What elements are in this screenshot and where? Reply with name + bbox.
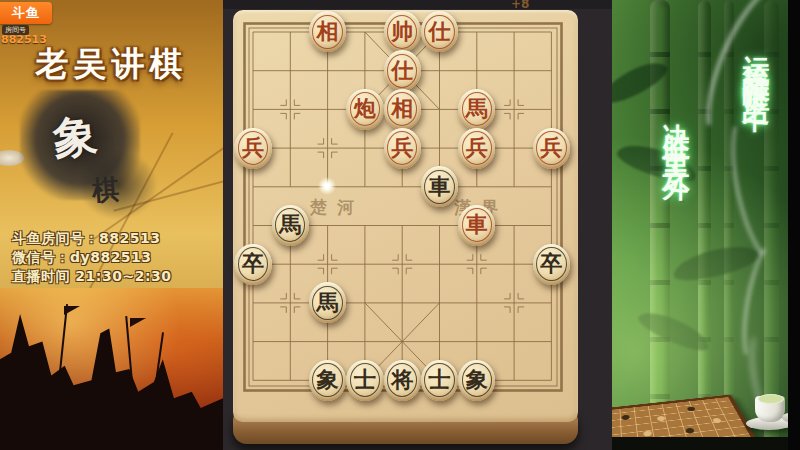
board-point[interactable] (421, 206, 458, 245)
board-point[interactable] (309, 51, 346, 90)
board-point[interactable] (533, 13, 570, 52)
board-point[interactable]: 仕 (421, 13, 458, 52)
board-point[interactable] (346, 13, 383, 52)
piece-character: 士 (428, 368, 450, 390)
battle-flag (64, 306, 80, 315)
board-point[interactable] (533, 322, 570, 361)
board-point[interactable]: 帅 (384, 13, 421, 52)
stream-screenshot: 斗鱼 房间号 882513 老吴讲棋 象 棋 斗鱼房间号：882513 微信号：… (0, 0, 800, 450)
board-point[interactable] (495, 361, 532, 400)
board-point[interactable] (272, 245, 309, 284)
board-point[interactable] (234, 206, 271, 245)
board-point[interactable] (234, 167, 271, 206)
piece-character: 兵 (391, 136, 413, 158)
board-point[interactable] (234, 322, 271, 361)
board-point[interactable] (234, 283, 271, 322)
piece-black-象[interactable]: 象 (309, 360, 346, 401)
piece-character: 卒 (242, 252, 264, 274)
piece-character: 士 (354, 368, 376, 390)
board-point[interactable] (495, 245, 532, 284)
piece-red-相[interactable]: 相 (309, 11, 346, 52)
piece-character: 将 (391, 368, 413, 390)
piece-black-馬[interactable]: 馬 (309, 282, 346, 323)
board-point[interactable] (309, 206, 346, 245)
board-point[interactable] (272, 283, 309, 322)
board-point[interactable]: 将 (384, 361, 421, 400)
piece-character: 馬 (466, 97, 488, 119)
board-area: +8 楚河漢界 相帅仕仕炮相馬兵兵兵兵車馬車卒卒馬象士将士象 (223, 0, 612, 450)
piece-red-炮[interactable]: 炮 (346, 89, 383, 130)
board-point[interactable] (309, 129, 346, 168)
board-point[interactable] (272, 322, 309, 361)
board-point[interactable] (346, 245, 383, 284)
bottom-dark-band (612, 437, 800, 450)
board-point[interactable] (421, 51, 458, 90)
piece-red-馬[interactable]: 馬 (458, 89, 495, 130)
board-point[interactable] (384, 167, 421, 206)
board-point[interactable] (533, 90, 570, 129)
board-point[interactable] (384, 322, 421, 361)
board-point[interactable] (495, 206, 532, 245)
ink-character-qi: 棋 (91, 171, 120, 209)
piece-black-士[interactable]: 士 (346, 360, 383, 401)
board-point[interactable] (272, 51, 309, 90)
last-move-marker (318, 177, 336, 195)
board-point[interactable] (309, 245, 346, 284)
board-point[interactable]: 馬 (309, 283, 346, 322)
board-point[interactable] (346, 129, 383, 168)
piece-character: 相 (317, 20, 339, 42)
board-point[interactable]: 車 (421, 167, 458, 206)
piece-character: 帅 (391, 20, 413, 42)
ink-character-xiang: 象 (41, 105, 109, 170)
left-poster-panel: 斗鱼 房间号 882513 老吴讲棋 象 棋 斗鱼房间号：882513 微信号：… (0, 0, 223, 450)
board-point[interactable] (234, 13, 271, 52)
piece-black-将[interactable]: 将 (384, 360, 421, 401)
board-point[interactable] (533, 361, 570, 400)
board-point[interactable] (421, 129, 458, 168)
board-point[interactable] (495, 51, 532, 90)
board-point[interactable]: 卒 (234, 245, 271, 284)
board-point[interactable]: 士 (421, 361, 458, 400)
board-point[interactable]: 象 (309, 361, 346, 400)
piece-black-馬[interactable]: 馬 (272, 205, 309, 246)
board-point[interactable]: 相 (309, 13, 346, 52)
board-point[interactable] (458, 13, 495, 52)
board-point[interactable] (458, 245, 495, 284)
piece-character: 象 (317, 368, 339, 390)
piece-red-車[interactable]: 車 (458, 205, 495, 246)
board-point[interactable] (421, 245, 458, 284)
board-point[interactable] (495, 129, 532, 168)
piece-red-帅[interactable]: 帅 (384, 11, 421, 52)
board-point[interactable] (384, 283, 421, 322)
piece-red-兵[interactable]: 兵 (458, 128, 495, 169)
piece-character: 仕 (428, 20, 450, 42)
board-point[interactable] (421, 283, 458, 322)
info-wechat-line: 微信号：dy882513 (12, 248, 172, 267)
top-bar (223, 0, 612, 9)
battle-scene-art (0, 288, 223, 450)
board-point[interactable] (495, 90, 532, 129)
piece-red-仕[interactable]: 仕 (384, 50, 421, 91)
right-poster-panel: 运筹帷幄之中 决胜千里之外 (612, 0, 800, 450)
piece-character: 炮 (354, 97, 376, 119)
board-point[interactable] (458, 51, 495, 90)
board-point[interactable] (458, 322, 495, 361)
piece-red-仕[interactable]: 仕 (421, 11, 458, 52)
board-point[interactable] (384, 206, 421, 245)
piece-character: 馬 (279, 213, 301, 235)
board-point[interactable] (421, 322, 458, 361)
douyu-logo-badge[interactable]: 斗鱼 (0, 2, 52, 24)
stream-title: 老吴讲棋 (0, 42, 223, 87)
board-point[interactable] (272, 361, 309, 400)
board-point[interactable] (495, 167, 532, 206)
piece-character: 卒 (540, 252, 562, 274)
board-point[interactable] (533, 51, 570, 90)
piece-red-兵[interactable]: 兵 (234, 128, 271, 169)
piece-black-士[interactable]: 士 (421, 360, 458, 401)
board-point[interactable] (346, 206, 383, 245)
board-point[interactable] (272, 13, 309, 52)
board-point[interactable] (495, 283, 532, 322)
board-point[interactable] (384, 245, 421, 284)
board-point[interactable] (234, 90, 271, 129)
piece-black-卒[interactable]: 卒 (533, 244, 570, 285)
board-point[interactable] (346, 51, 383, 90)
board-point[interactable] (346, 283, 383, 322)
board-point[interactable]: 馬 (272, 206, 309, 245)
piece-black-卒[interactable]: 卒 (234, 244, 271, 285)
board-point[interactable]: 卒 (533, 245, 570, 284)
info-room-line: 斗鱼房间号：882513 (12, 229, 172, 248)
piece-red-兵[interactable]: 兵 (533, 128, 570, 169)
board-point[interactable]: 相 (384, 90, 421, 129)
board-point[interactable] (272, 129, 309, 168)
board-point[interactable]: 兵 (384, 129, 421, 168)
piece-black-象[interactable]: 象 (458, 360, 495, 401)
piece-character: 象 (466, 368, 488, 390)
board-point[interactable] (533, 167, 570, 206)
board-point[interactable] (346, 322, 383, 361)
board-point[interactable] (495, 322, 532, 361)
board-point[interactable]: 士 (346, 361, 383, 400)
piece-black-車[interactable]: 車 (421, 166, 458, 207)
board-grid: 相帅仕仕炮相馬兵兵兵兵車馬車卒卒馬象士将士象 (234, 13, 570, 400)
board-point[interactable] (272, 90, 309, 129)
piece-red-相[interactable]: 相 (384, 89, 421, 130)
tea-surface (758, 394, 784, 404)
piece-character: 仕 (391, 59, 413, 81)
piece-character: 車 (428, 175, 450, 197)
board-point[interactable] (533, 206, 570, 245)
board-point[interactable] (495, 13, 532, 52)
piece-character: 兵 (466, 136, 488, 158)
board-point[interactable]: 兵 (234, 129, 271, 168)
board-point[interactable]: 炮 (346, 90, 383, 129)
piece-character: 兵 (242, 136, 264, 158)
board-point[interactable]: 兵 (458, 129, 495, 168)
board-point[interactable] (309, 322, 346, 361)
battle-flag (130, 318, 146, 327)
board-point[interactable] (309, 90, 346, 129)
board-point[interactable]: 仕 (384, 51, 421, 90)
board-point[interactable] (234, 361, 271, 400)
piece-character: 兵 (540, 136, 562, 158)
board-point[interactable]: 兵 (533, 129, 570, 168)
slogan-left-column: 决胜千里之外 (658, 102, 694, 162)
board-point[interactable] (272, 167, 309, 206)
xiangqi-board[interactable]: 楚河漢界 相帅仕仕炮相馬兵兵兵兵車馬車卒卒馬象士将士象 (233, 10, 578, 422)
board-point[interactable]: 象 (458, 361, 495, 400)
board-point[interactable] (458, 167, 495, 206)
piece-character: 相 (391, 97, 413, 119)
piece-character: 車 (466, 213, 488, 235)
board-point[interactable] (234, 51, 271, 90)
board-point[interactable]: 車 (458, 206, 495, 245)
board-point[interactable] (533, 283, 570, 322)
board-point[interactable] (421, 90, 458, 129)
board-point[interactable] (346, 167, 383, 206)
piece-character: 馬 (317, 291, 339, 313)
screen-edge-strip (788, 0, 800, 450)
piece-red-兵[interactable]: 兵 (384, 128, 421, 169)
board-point[interactable]: 馬 (458, 90, 495, 129)
board-point[interactable] (458, 283, 495, 322)
stream-info-block: 斗鱼房间号：882513 微信号：dy882513 直播时间 21:30~2:3… (12, 229, 172, 286)
info-schedule-line: 直播时间 21:30~2:30 (12, 267, 172, 286)
